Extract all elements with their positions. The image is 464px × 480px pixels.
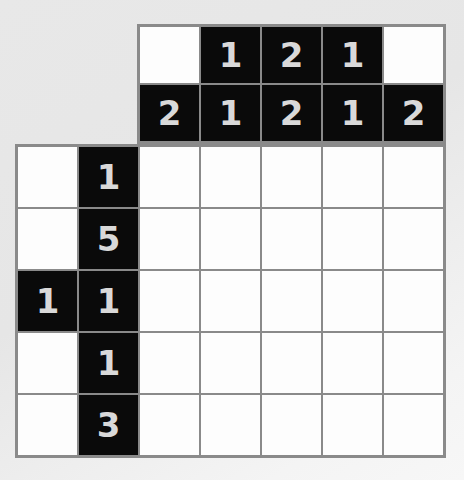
- nonogram-puzzle: 12121212 151113: [0, 0, 464, 480]
- col-clue-cell-r1c4: 1: [323, 27, 382, 83]
- row-clue-cell-r2c1: [18, 209, 77, 269]
- grid-cell-r5c2[interactable]: [201, 395, 260, 455]
- row-clue-cell-r1c2: 1: [79, 147, 138, 207]
- row-clue-cell-r3c2: 1: [79, 271, 138, 331]
- row-clue-cell-r1c1: [18, 147, 77, 207]
- grid-cell-r1c5[interactable]: [384, 147, 443, 207]
- grid-cell-r4c3[interactable]: [262, 333, 321, 393]
- grid-cell-r4c1[interactable]: [140, 333, 199, 393]
- grid-cell-r3c2[interactable]: [201, 271, 260, 331]
- col-clue-cell-r1c3: 2: [262, 27, 321, 83]
- grid-cell-r1c4[interactable]: [323, 147, 382, 207]
- col-clue-cell-r2c3: 2: [262, 85, 321, 141]
- grid-cell-r5c5[interactable]: [384, 395, 443, 455]
- grid-cell-r2c3[interactable]: [262, 209, 321, 269]
- row-clue-cell-r4c2: 1: [79, 333, 138, 393]
- col-clue-cell-r1c1: [140, 27, 199, 83]
- grid-cell-r3c5[interactable]: [384, 271, 443, 331]
- grid-cell-r1c2[interactable]: [201, 147, 260, 207]
- grid-cell-r4c5[interactable]: [384, 333, 443, 393]
- grid-cell-r3c4[interactable]: [323, 271, 382, 331]
- grid-cell-r2c5[interactable]: [384, 209, 443, 269]
- grid-cell-r5c4[interactable]: [323, 395, 382, 455]
- col-clue-cell-r2c2: 1: [201, 85, 260, 141]
- grid-cell-r3c1[interactable]: [140, 271, 199, 331]
- col-clue-cell-r2c4: 1: [323, 85, 382, 141]
- grid-cell-r4c4[interactable]: [323, 333, 382, 393]
- col-clue-cell-r1c5: [384, 27, 443, 83]
- row-clue-cell-r2c2: 5: [79, 209, 138, 269]
- grid-cell-r5c1[interactable]: [140, 395, 199, 455]
- grid-cell-r1c3[interactable]: [262, 147, 321, 207]
- grid-cell-r2c2[interactable]: [201, 209, 260, 269]
- grid-cell-r3c3[interactable]: [262, 271, 321, 331]
- column-clues-block: 12121212: [137, 24, 446, 144]
- col-clue-cell-r2c1: 2: [140, 85, 199, 141]
- grid-cell-r2c4[interactable]: [323, 209, 382, 269]
- grid-cell-r4c2[interactable]: [201, 333, 260, 393]
- row-clue-cell-r3c1: 1: [18, 271, 77, 331]
- grid-cell-r2c1[interactable]: [140, 209, 199, 269]
- grid-cell-r1c1[interactable]: [140, 147, 199, 207]
- row-clue-cell-r5c2: 3: [79, 395, 138, 455]
- grid-cell-r5c3[interactable]: [262, 395, 321, 455]
- col-clue-cell-r1c2: 1: [201, 27, 260, 83]
- row-clue-cell-r5c1: [18, 395, 77, 455]
- col-clue-cell-r2c5: 2: [384, 85, 443, 141]
- row-clue-cell-r4c1: [18, 333, 77, 393]
- row-clues-and-grid-block: 151113: [15, 144, 446, 458]
